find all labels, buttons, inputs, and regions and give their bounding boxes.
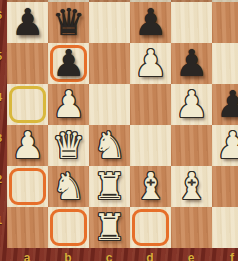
- white-pawn-f3[interactable]: ♟: [212, 125, 238, 166]
- square-c6[interactable]: [89, 2, 130, 43]
- file-label-d: d: [144, 251, 156, 261]
- square-f4[interactable]: ♟: [212, 84, 238, 125]
- rank-label-2: 2: [0, 173, 6, 185]
- chess-board: ♟♛♟♟♟♟♟♟♟♟♛♞♟♞♜♝♝♜ 654321 abcdef: [0, 0, 238, 261]
- white-knight-c3[interactable]: ♞: [89, 125, 130, 166]
- rank-label-4: 4: [0, 91, 6, 103]
- square-a1[interactable]: [7, 207, 48, 248]
- square-a6[interactable]: ♟: [7, 2, 48, 43]
- board-frame-left: 654321: [0, 0, 7, 248]
- white-pawn-d5[interactable]: ♟: [130, 43, 171, 84]
- white-pawn-e4[interactable]: ♟: [171, 84, 212, 125]
- square-f5[interactable]: [212, 43, 238, 84]
- orange-highlight-d1: [132, 209, 169, 246]
- orange-highlight-a2: [9, 168, 46, 205]
- rank-label-6: 6: [0, 9, 6, 21]
- rank-label-5: 5: [0, 50, 6, 62]
- board-frame-bottom: abcdef: [0, 248, 238, 261]
- square-f1[interactable]: [212, 207, 238, 248]
- file-label-f: f: [226, 251, 238, 261]
- file-label-b: b: [62, 251, 74, 261]
- square-f3[interactable]: ♟: [212, 125, 238, 166]
- square-d4[interactable]: [130, 84, 171, 125]
- square-f6[interactable]: [212, 2, 238, 43]
- square-c1[interactable]: ♜: [89, 207, 130, 248]
- square-e3[interactable]: [171, 125, 212, 166]
- rank-label-3: 3: [0, 132, 6, 144]
- square-a2[interactable]: [7, 166, 48, 207]
- square-c2[interactable]: ♜: [89, 166, 130, 207]
- white-bishop-e2[interactable]: ♝: [171, 166, 212, 207]
- white-queen-b3[interactable]: ♛: [48, 125, 89, 166]
- board-squares-area: ♟♛♟♟♟♟♟♟♟♟♛♞♟♞♜♝♝♜: [7, 2, 238, 248]
- square-b3[interactable]: ♛: [48, 125, 89, 166]
- square-a4[interactable]: [7, 84, 48, 125]
- black-pawn-a6[interactable]: ♟: [7, 2, 48, 43]
- rank-label-1: 1: [0, 214, 6, 226]
- square-a5[interactable]: [7, 43, 48, 84]
- file-label-a: a: [21, 251, 33, 261]
- square-c5[interactable]: [89, 43, 130, 84]
- square-d1[interactable]: [130, 207, 171, 248]
- square-d5[interactable]: ♟: [130, 43, 171, 84]
- square-e6[interactable]: [171, 2, 212, 43]
- square-e5[interactable]: ♟: [171, 43, 212, 84]
- white-rook-c1[interactable]: ♜: [89, 207, 130, 248]
- white-pawn-a3[interactable]: ♟: [7, 125, 48, 166]
- file-label-c: c: [103, 251, 115, 261]
- board-grid: ♟♛♟♟♟♟♟♟♟♟♛♞♟♞♜♝♝♜: [7, 2, 238, 248]
- square-a3[interactable]: ♟: [7, 125, 48, 166]
- black-pawn-e5[interactable]: ♟: [171, 43, 212, 84]
- white-bishop-d2[interactable]: ♝: [130, 166, 171, 207]
- square-e1[interactable]: [171, 207, 212, 248]
- black-pawn-d6[interactable]: ♟: [130, 2, 171, 43]
- square-d6[interactable]: ♟: [130, 2, 171, 43]
- square-c3[interactable]: ♞: [89, 125, 130, 166]
- square-b6[interactable]: ♛: [48, 2, 89, 43]
- white-pawn-b4[interactable]: ♟: [48, 84, 89, 125]
- square-d3[interactable]: [130, 125, 171, 166]
- square-e2[interactable]: ♝: [171, 166, 212, 207]
- black-pawn-b5[interactable]: ♟: [48, 43, 89, 84]
- square-b2[interactable]: ♞: [48, 166, 89, 207]
- yellow-highlight-a4: [9, 86, 46, 123]
- square-b5[interactable]: ♟: [48, 43, 89, 84]
- file-label-e: e: [185, 251, 197, 261]
- square-b1[interactable]: [48, 207, 89, 248]
- square-c4[interactable]: [89, 84, 130, 125]
- black-queen-b6[interactable]: ♛: [48, 2, 89, 43]
- square-b4[interactable]: ♟: [48, 84, 89, 125]
- white-knight-b2[interactable]: ♞: [48, 166, 89, 207]
- white-rook-c2[interactable]: ♜: [89, 166, 130, 207]
- black-pawn-f4[interactable]: ♟: [212, 84, 238, 125]
- square-e4[interactable]: ♟: [171, 84, 212, 125]
- square-d2[interactable]: ♝: [130, 166, 171, 207]
- square-f2[interactable]: [212, 166, 238, 207]
- orange-highlight-b1: [50, 209, 87, 246]
